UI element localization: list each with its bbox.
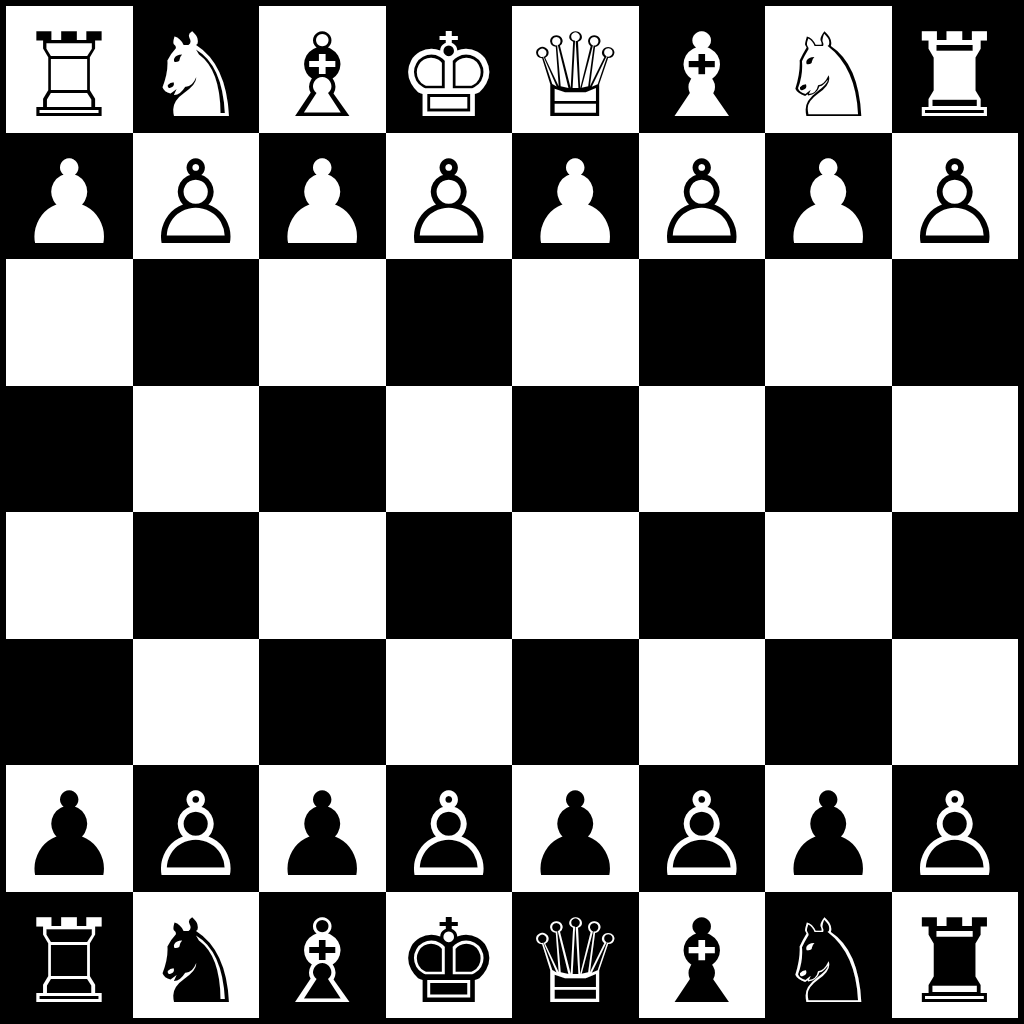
square-c8[interactable]: ♝ [639,892,766,1019]
square-h5[interactable] [6,512,133,639]
piece-black-bishop-icon: ♝ [650,904,754,1018]
square-c5[interactable] [639,512,766,639]
piece-black-pawn-icon: ♙ [397,777,501,891]
square-d2[interactable]: ♟ [512,133,639,260]
square-e5[interactable] [386,512,513,639]
piece-white-knight-icon: ♞ [144,18,248,132]
square-g8[interactable]: ♞ [133,892,260,1019]
screen: ♖♞♗♚♕♝♘♜♟♙♟♙♟♙♟♙♟♙♟♙♟♙♟♙♖♞♗♚♕♝♘♜ [0,0,1024,1024]
piece-black-pawn-icon: ♟ [17,777,121,891]
piece-white-pawn-icon: ♟ [776,145,880,259]
square-g5[interactable] [133,512,260,639]
piece-black-pawn-icon: ♟ [776,777,880,891]
square-g7[interactable]: ♙ [133,765,260,892]
piece-black-rook-icon: ♜ [903,904,1007,1018]
chess-board: ♖♞♗♚♕♝♘♜♟♙♟♙♟♙♟♙♟♙♟♙♟♙♟♙♖♞♗♚♕♝♘♜ [6,6,1018,1018]
square-e1[interactable]: ♚ [386,6,513,133]
square-f3[interactable] [259,259,386,386]
piece-white-bishop-icon: ♗ [270,18,374,132]
piece-black-king-icon: ♚ [397,904,501,1018]
square-a6[interactable] [892,639,1019,766]
square-b4[interactable] [765,386,892,513]
piece-white-pawn-icon: ♙ [397,145,501,259]
square-d7[interactable]: ♟ [512,765,639,892]
square-c4[interactable] [639,386,766,513]
piece-black-knight-icon: ♞ [144,904,248,1018]
square-g2[interactable]: ♙ [133,133,260,260]
piece-black-pawn-icon: ♟ [523,777,627,891]
square-c1[interactable]: ♝ [639,6,766,133]
piece-white-knight-icon: ♘ [776,18,880,132]
square-f2[interactable]: ♟ [259,133,386,260]
square-b8[interactable]: ♘ [765,892,892,1019]
square-c7[interactable]: ♙ [639,765,766,892]
piece-white-rook-icon: ♜ [903,18,1007,132]
square-c2[interactable]: ♙ [639,133,766,260]
square-a5[interactable] [892,512,1019,639]
square-f1[interactable]: ♗ [259,6,386,133]
square-f7[interactable]: ♟ [259,765,386,892]
square-f5[interactable] [259,512,386,639]
square-h8[interactable]: ♖ [6,892,133,1019]
square-d6[interactable] [512,639,639,766]
piece-white-pawn-icon: ♟ [17,145,121,259]
square-a2[interactable]: ♙ [892,133,1019,260]
square-d4[interactable] [512,386,639,513]
square-e2[interactable]: ♙ [386,133,513,260]
square-b7[interactable]: ♟ [765,765,892,892]
piece-white-pawn-icon: ♟ [523,145,627,259]
square-g1[interactable]: ♞ [133,6,260,133]
square-b3[interactable] [765,259,892,386]
square-h2[interactable]: ♟ [6,133,133,260]
piece-black-rook-icon: ♖ [17,904,121,1018]
square-c3[interactable] [639,259,766,386]
square-e4[interactable] [386,386,513,513]
square-a3[interactable] [892,259,1019,386]
piece-white-pawn-icon: ♙ [903,145,1007,259]
piece-black-bishop-icon: ♗ [270,904,374,1018]
piece-white-king-icon: ♚ [397,18,501,132]
piece-white-bishop-icon: ♝ [650,18,754,132]
piece-white-pawn-icon: ♙ [650,145,754,259]
square-d5[interactable] [512,512,639,639]
square-h6[interactable] [6,639,133,766]
square-d8[interactable]: ♕ [512,892,639,1019]
square-e6[interactable] [386,639,513,766]
square-d1[interactable]: ♕ [512,6,639,133]
square-e7[interactable]: ♙ [386,765,513,892]
square-a4[interactable] [892,386,1019,513]
square-h3[interactable] [6,259,133,386]
piece-white-pawn-icon: ♙ [144,145,248,259]
square-h7[interactable]: ♟ [6,765,133,892]
piece-black-pawn-icon: ♙ [650,777,754,891]
piece-black-pawn-icon: ♙ [903,777,1007,891]
piece-black-knight-icon: ♘ [776,904,880,1018]
square-c6[interactable] [639,639,766,766]
square-a7[interactable]: ♙ [892,765,1019,892]
square-b5[interactable] [765,512,892,639]
piece-white-rook-icon: ♖ [17,18,121,132]
piece-black-pawn-icon: ♟ [270,777,374,891]
square-f4[interactable] [259,386,386,513]
piece-black-queen-icon: ♕ [523,904,627,1018]
piece-white-queen-icon: ♕ [523,18,627,132]
square-b2[interactable]: ♟ [765,133,892,260]
piece-white-pawn-icon: ♟ [270,145,374,259]
square-a1[interactable]: ♜ [892,6,1019,133]
square-b6[interactable] [765,639,892,766]
square-h1[interactable]: ♖ [6,6,133,133]
square-e3[interactable] [386,259,513,386]
square-f6[interactable] [259,639,386,766]
square-d3[interactable] [512,259,639,386]
square-a8[interactable]: ♜ [892,892,1019,1019]
square-f8[interactable]: ♗ [259,892,386,1019]
square-b1[interactable]: ♘ [765,6,892,133]
square-g4[interactable] [133,386,260,513]
square-e8[interactable]: ♚ [386,892,513,1019]
piece-black-pawn-icon: ♙ [144,777,248,891]
square-g6[interactable] [133,639,260,766]
square-h4[interactable] [6,386,133,513]
square-g3[interactable] [133,259,260,386]
